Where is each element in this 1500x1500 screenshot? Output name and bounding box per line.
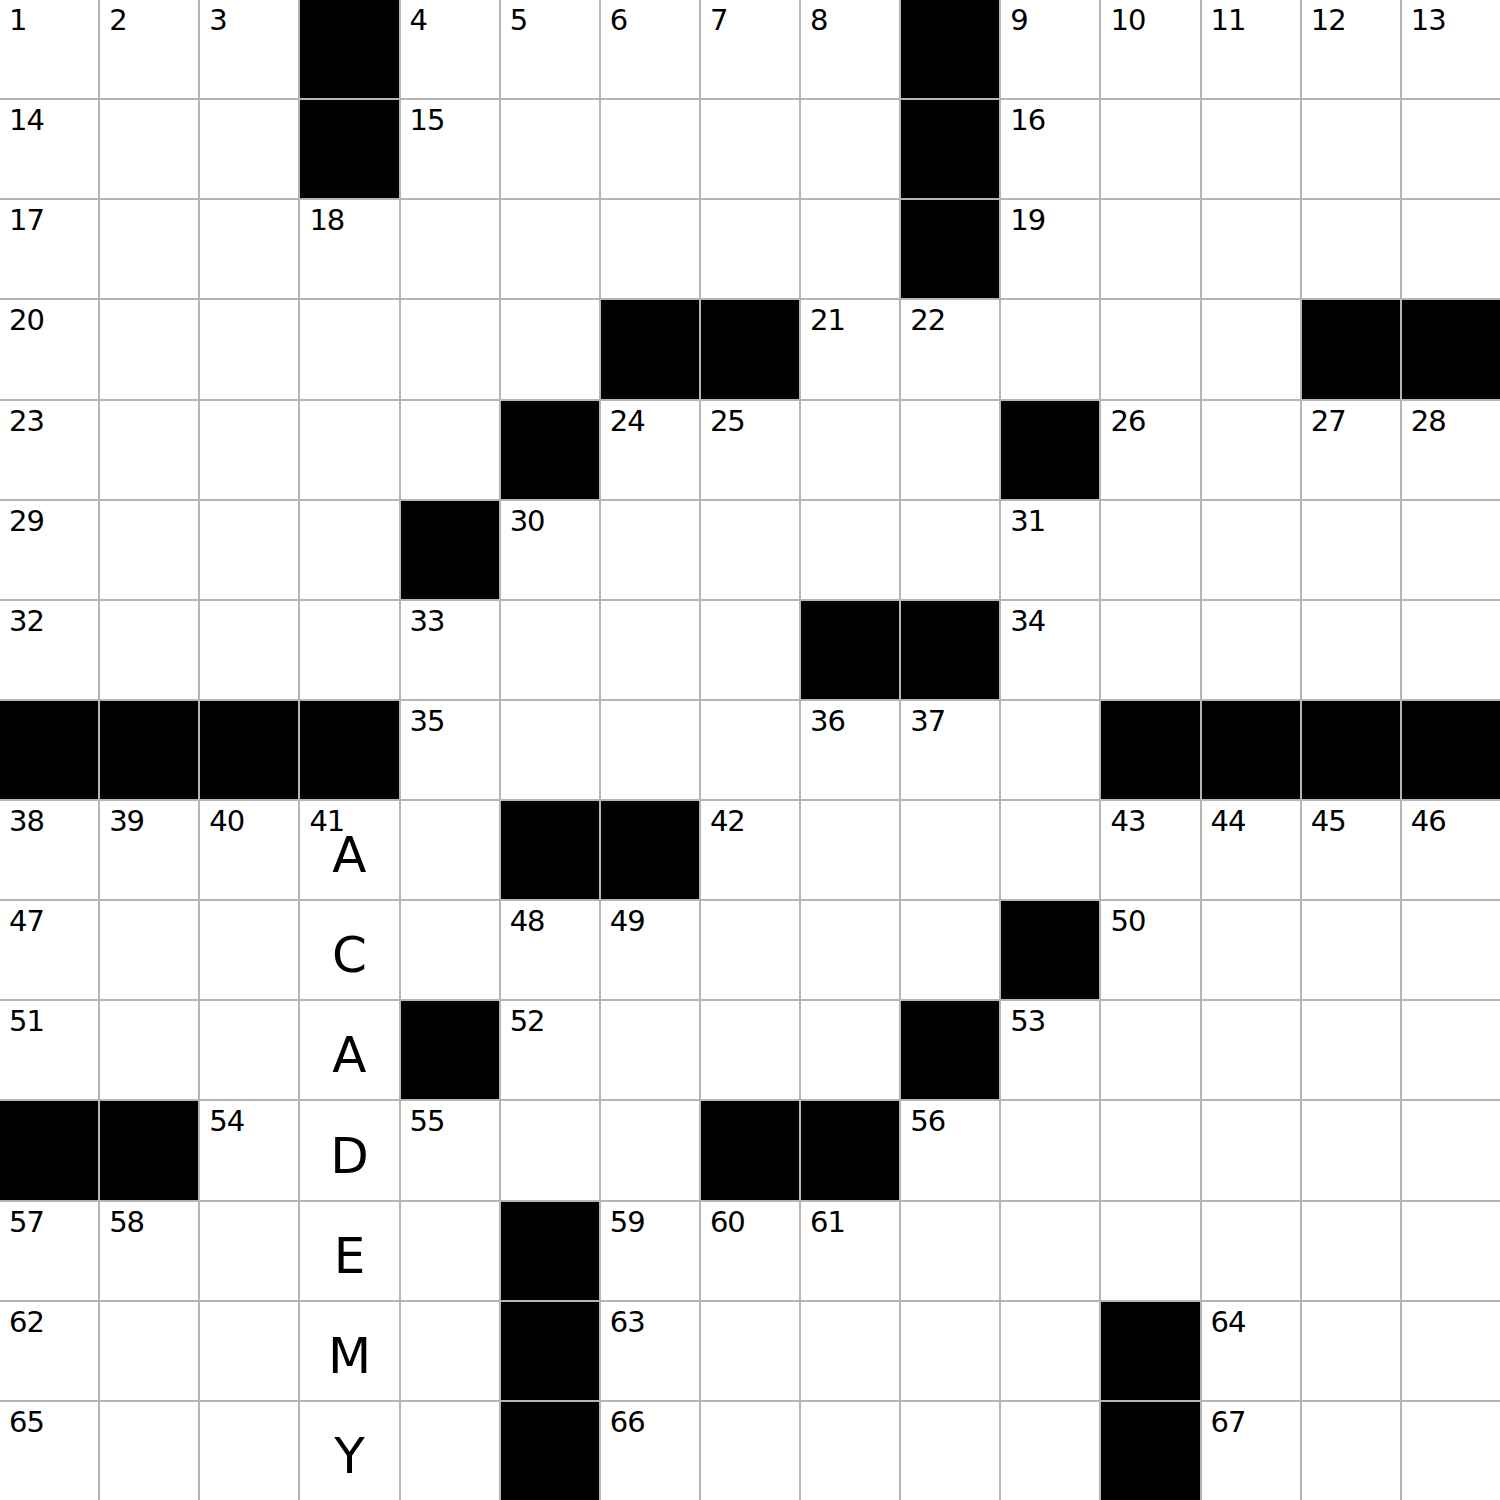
clue-number: 53 — [1010, 1007, 1045, 1036]
grid-cell[interactable]: 33 — [401, 601, 499, 699]
clue-number: 22 — [910, 306, 945, 335]
grid-cell[interactable] — [1402, 901, 1500, 999]
grid-cell[interactable] — [401, 1402, 499, 1500]
clue-number: 30 — [510, 507, 545, 536]
black-cell — [1001, 401, 1099, 499]
black-cell — [901, 601, 999, 699]
grid-cell[interactable] — [1402, 200, 1500, 298]
clue-number: 64 — [1211, 1308, 1246, 1337]
cell-letter: Y — [300, 1402, 398, 1500]
grid-cell[interactable] — [801, 501, 899, 599]
grid-cell[interactable] — [801, 1302, 899, 1400]
clue-number: 7 — [710, 6, 727, 35]
grid-cell[interactable] — [901, 501, 999, 599]
clue-number: 48 — [510, 907, 545, 936]
grid-cell[interactable] — [901, 1202, 999, 1300]
grid-cell[interactable]: 37 — [901, 701, 999, 799]
grid-cell[interactable]: 1 — [0, 0, 98, 98]
grid-cell[interactable] — [100, 200, 198, 298]
clue-number: 49 — [610, 907, 645, 936]
grid-cell[interactable] — [100, 1302, 198, 1400]
black-cell — [1101, 701, 1199, 799]
grid-cell[interactable]: 22 — [901, 300, 999, 398]
clue-number: 6 — [610, 6, 627, 35]
clue-number: 23 — [9, 407, 44, 436]
grid-cell[interactable] — [401, 1202, 499, 1300]
grid-cell[interactable]: 7 — [701, 0, 799, 98]
grid-cell[interactable]: 51 — [0, 1001, 98, 1099]
clue-number: 10 — [1110, 6, 1145, 35]
grid-cell[interactable] — [701, 501, 799, 599]
black-cell — [501, 801, 599, 899]
grid-cell[interactable]: 4 — [401, 0, 499, 98]
clue-number: 51 — [9, 1007, 44, 1036]
grid-cell[interactable] — [1302, 501, 1400, 599]
grid-cell[interactable] — [200, 100, 298, 198]
clue-number: 12 — [1311, 6, 1346, 35]
grid-cell[interactable]: 9 — [1001, 0, 1099, 98]
grid-cell[interactable] — [200, 601, 298, 699]
clue-number: 11 — [1211, 6, 1246, 35]
grid-cell[interactable]: 32 — [0, 601, 98, 699]
grid-cell[interactable] — [601, 1001, 699, 1099]
clue-number: 1 — [9, 6, 26, 35]
grid-cell[interactable]: 11 — [1202, 0, 1300, 98]
clue-number: 24 — [610, 407, 645, 436]
black-cell — [401, 501, 499, 599]
black-cell — [1202, 701, 1300, 799]
clue-number: 13 — [1411, 6, 1446, 35]
grid-cell[interactable] — [401, 1302, 499, 1400]
grid-cell[interactable]: 35 — [401, 701, 499, 799]
grid-cell[interactable] — [601, 501, 699, 599]
black-cell — [1302, 701, 1400, 799]
grid-cell[interactable] — [1101, 300, 1199, 398]
grid-cell[interactable] — [601, 1101, 699, 1199]
clue-number: 29 — [9, 507, 44, 536]
black-cell — [300, 0, 398, 98]
grid-cell[interactable] — [601, 100, 699, 198]
grid-cell[interactable] — [200, 1302, 298, 1400]
clue-number: 37 — [910, 707, 945, 736]
grid-cell[interactable]: 58 — [100, 1202, 198, 1300]
grid-cell[interactable] — [300, 501, 398, 599]
grid-cell[interactable]: 54 — [200, 1101, 298, 1199]
clue-number: 3 — [209, 6, 226, 35]
grid-cell[interactable]: 42 — [701, 801, 799, 899]
grid-cell[interactable] — [1302, 1202, 1400, 1300]
grid-cell[interactable] — [901, 1302, 999, 1400]
clue-number: 43 — [1110, 807, 1145, 836]
black-cell — [701, 300, 799, 398]
grid-cell[interactable] — [1402, 1202, 1500, 1300]
black-cell — [100, 701, 198, 799]
black-cell — [0, 701, 98, 799]
clue-number: 2 — [109, 6, 126, 35]
grid-cell[interactable] — [501, 300, 599, 398]
clue-number: 16 — [1010, 106, 1045, 135]
grid-cell[interactable] — [1402, 1302, 1500, 1400]
grid-cell[interactable] — [1202, 1001, 1300, 1099]
clue-number: 61 — [810, 1208, 845, 1237]
grid-cell[interactable] — [701, 901, 799, 999]
grid-cell[interactable] — [701, 200, 799, 298]
black-cell — [701, 1101, 799, 1199]
clue-number: 35 — [410, 707, 445, 736]
clue-number: 45 — [1311, 807, 1346, 836]
grid-cell[interactable]: 23 — [0, 401, 98, 499]
grid-cell[interactable]: 65 — [0, 1402, 98, 1500]
grid-cell[interactable]: 52 — [501, 1001, 599, 1099]
grid-cell[interactable]: 5 — [501, 0, 599, 98]
black-cell — [501, 1202, 599, 1300]
grid-cell[interactable]: 50 — [1101, 901, 1199, 999]
grid-cell[interactable]: A — [300, 1001, 398, 1099]
clue-number: 5 — [510, 6, 527, 35]
grid-cell[interactable]: 62 — [0, 1302, 98, 1400]
black-cell — [501, 1302, 599, 1400]
clue-number: 14 — [9, 106, 44, 135]
grid-cell[interactable]: 47 — [0, 901, 98, 999]
grid-cell[interactable] — [801, 901, 899, 999]
grid-cell[interactable]: 55 — [401, 1101, 499, 1199]
grid-cell[interactable]: 16 — [1001, 100, 1099, 198]
grid-cell[interactable]: E — [300, 1202, 398, 1300]
clue-number: 20 — [9, 306, 44, 335]
grid-cell[interactable]: 21 — [801, 300, 899, 398]
grid-cell[interactable]: 29 — [0, 501, 98, 599]
clue-number: 54 — [209, 1107, 244, 1136]
grid-cell[interactable]: 26 — [1101, 401, 1199, 499]
black-cell — [1302, 300, 1400, 398]
black-cell — [100, 1101, 198, 1199]
grid-cell[interactable]: 30 — [501, 501, 599, 599]
black-cell — [801, 1101, 899, 1199]
grid-cell[interactable] — [1402, 501, 1500, 599]
grid-cell[interactable]: 44 — [1202, 801, 1300, 899]
grid-cell[interactable] — [501, 701, 599, 799]
grid-cell[interactable] — [1302, 1402, 1400, 1500]
grid-cell[interactable]: 64 — [1202, 1302, 1300, 1400]
grid-cell[interactable]: 39 — [100, 801, 198, 899]
clue-number: 52 — [510, 1007, 545, 1036]
grid-cell[interactable] — [1302, 901, 1400, 999]
clue-number: 4 — [410, 6, 427, 35]
clue-number: 46 — [1411, 807, 1446, 836]
black-cell — [901, 100, 999, 198]
grid-cell[interactable]: 57 — [0, 1202, 98, 1300]
grid-cell[interactable] — [1302, 200, 1400, 298]
grid-cell[interactable]: 60 — [701, 1202, 799, 1300]
grid-cell[interactable] — [1402, 1402, 1500, 1500]
grid-cell[interactable] — [1302, 1302, 1400, 1400]
grid-cell[interactable] — [300, 601, 398, 699]
clue-number: 21 — [810, 306, 845, 335]
grid-cell[interactable]: M — [300, 1302, 398, 1400]
grid-cell[interactable] — [1001, 801, 1099, 899]
clue-number: 63 — [610, 1308, 645, 1337]
grid-cell[interactable] — [1101, 100, 1199, 198]
clue-number: 33 — [410, 607, 445, 636]
clue-number: 42 — [710, 807, 745, 836]
grid-cell[interactable] — [1302, 1001, 1400, 1099]
black-cell — [0, 1101, 98, 1199]
grid-cell[interactable]: 48 — [501, 901, 599, 999]
grid-cell[interactable]: 27 — [1302, 401, 1400, 499]
grid-cell[interactable] — [1101, 601, 1199, 699]
grid-cell[interactable] — [300, 300, 398, 398]
grid-cell[interactable]: 36 — [801, 701, 899, 799]
grid-cell[interactable]: 53 — [1001, 1001, 1099, 1099]
clue-number: 17 — [9, 206, 44, 235]
grid-cell[interactable] — [1402, 1001, 1500, 1099]
grid-cell[interactable] — [1202, 300, 1300, 398]
grid-cell[interactable]: 31 — [1001, 501, 1099, 599]
grid-cell[interactable] — [1302, 1101, 1400, 1199]
grid-cell[interactable]: 63 — [601, 1302, 699, 1400]
grid-cell[interactable] — [501, 1101, 599, 1199]
grid-cell[interactable] — [501, 601, 599, 699]
grid-cell[interactable] — [901, 401, 999, 499]
clue-number: 19 — [1010, 206, 1045, 235]
grid-cell[interactable] — [401, 401, 499, 499]
clue-number: 65 — [9, 1408, 44, 1437]
grid-cell[interactable]: 24 — [601, 401, 699, 499]
clue-number: 58 — [109, 1208, 144, 1237]
grid-cell[interactable] — [1101, 200, 1199, 298]
grid-cell[interactable]: 20 — [0, 300, 98, 398]
grid-cell[interactable] — [701, 100, 799, 198]
grid-cell[interactable] — [1101, 1202, 1199, 1300]
grid-cell[interactable] — [1001, 1302, 1099, 1400]
black-cell — [1101, 1402, 1199, 1500]
grid-cell[interactable] — [1001, 1202, 1099, 1300]
grid-cell[interactable] — [901, 801, 999, 899]
clue-number: 36 — [810, 707, 845, 736]
black-cell — [1001, 901, 1099, 999]
clue-number: 18 — [309, 206, 344, 235]
black-cell — [1101, 1302, 1199, 1400]
grid-cell[interactable] — [1202, 1202, 1300, 1300]
grid-cell[interactable] — [100, 901, 198, 999]
grid-cell[interactable] — [300, 401, 398, 499]
grid-cell[interactable] — [401, 901, 499, 999]
grid-cell[interactable] — [100, 601, 198, 699]
grid-cell[interactable]: 38 — [0, 801, 98, 899]
grid-cell[interactable]: 17 — [0, 200, 98, 298]
clue-number: 25 — [710, 407, 745, 436]
grid-cell[interactable] — [100, 1402, 198, 1500]
clue-number: 9 — [1010, 6, 1027, 35]
grid-cell[interactable] — [100, 401, 198, 499]
clue-number: 47 — [9, 907, 44, 936]
grid-cell[interactable] — [1202, 200, 1300, 298]
grid-cell[interactable] — [701, 1001, 799, 1099]
grid-cell[interactable] — [701, 1302, 799, 1400]
grid-cell[interactable] — [1402, 601, 1500, 699]
grid-cell[interactable] — [1101, 1001, 1199, 1099]
grid-cell[interactable]: 6 — [601, 0, 699, 98]
grid-cell[interactable] — [701, 701, 799, 799]
grid-cell[interactable] — [200, 401, 298, 499]
black-cell — [901, 200, 999, 298]
grid-cell[interactable] — [601, 601, 699, 699]
grid-cell[interactable]: 12 — [1302, 0, 1400, 98]
clue-number: 39 — [109, 807, 144, 836]
grid-cell[interactable] — [100, 100, 198, 198]
clue-number: 40 — [209, 807, 244, 836]
black-cell — [601, 801, 699, 899]
black-cell — [801, 601, 899, 699]
clue-number: 50 — [1110, 907, 1145, 936]
clue-number: 62 — [9, 1308, 44, 1337]
grid-cell[interactable] — [801, 801, 899, 899]
clue-number: 26 — [1110, 407, 1145, 436]
cell-letter: A — [300, 1001, 398, 1099]
clue-number: 60 — [710, 1208, 745, 1237]
grid-cell[interactable] — [200, 1202, 298, 1300]
black-cell — [901, 1001, 999, 1099]
clue-number: 44 — [1211, 807, 1246, 836]
grid-cell[interactable] — [1202, 1101, 1300, 1199]
crossword-grid: 1234567891011121314151617181920212223242… — [0, 0, 1500, 1500]
grid-cell[interactable] — [100, 300, 198, 398]
grid-cell[interactable]: 19 — [1001, 200, 1099, 298]
clue-number: 66 — [610, 1408, 645, 1437]
grid-cell[interactable] — [1302, 100, 1400, 198]
black-cell — [300, 701, 398, 799]
grid-cell[interactable] — [1202, 901, 1300, 999]
grid-cell[interactable] — [200, 1402, 298, 1500]
grid-cell[interactable]: 46 — [1402, 801, 1500, 899]
clue-number: 32 — [9, 607, 44, 636]
black-cell — [501, 401, 599, 499]
clue-number: 67 — [1211, 1408, 1246, 1437]
grid-cell[interactable] — [1001, 1101, 1099, 1199]
grid-cell[interactable] — [801, 200, 899, 298]
grid-cell[interactable] — [1101, 501, 1199, 599]
grid-cell[interactable] — [1402, 100, 1500, 198]
grid-cell[interactable]: 10 — [1101, 0, 1199, 98]
grid-cell[interactable]: 14 — [0, 100, 98, 198]
clue-number: 59 — [610, 1208, 645, 1237]
grid-cell[interactable] — [100, 1001, 198, 1099]
clue-number: 56 — [910, 1107, 945, 1136]
grid-cell[interactable] — [1001, 300, 1099, 398]
black-cell — [1402, 701, 1500, 799]
grid-cell[interactable] — [801, 100, 899, 198]
clue-number: 27 — [1311, 407, 1346, 436]
grid-cell[interactable] — [801, 401, 899, 499]
grid-cell[interactable]: 34 — [1001, 601, 1099, 699]
grid-cell[interactable]: 43 — [1101, 801, 1199, 899]
grid-cell[interactable]: 28 — [1402, 401, 1500, 499]
black-cell — [501, 1402, 599, 1500]
black-cell — [401, 1001, 499, 1099]
grid-cell[interactable] — [401, 200, 499, 298]
grid-cell[interactable] — [1202, 601, 1300, 699]
grid-cell[interactable] — [1402, 1101, 1500, 1199]
clue-number: 28 — [1411, 407, 1446, 436]
grid-cell[interactable]: 41A — [300, 801, 398, 899]
grid-cell[interactable] — [901, 901, 999, 999]
grid-cell[interactable]: D — [300, 1101, 398, 1199]
grid-cell[interactable]: 8 — [801, 0, 899, 98]
grid-cell[interactable] — [200, 501, 298, 599]
grid-cell[interactable]: 18 — [300, 200, 398, 298]
black-cell — [901, 0, 999, 98]
grid-cell[interactable] — [100, 501, 198, 599]
black-cell — [300, 100, 398, 198]
grid-cell[interactable] — [1302, 601, 1400, 699]
crossword-board: 1234567891011121314151617181920212223242… — [0, 0, 1500, 1500]
grid-cell[interactable] — [1202, 401, 1300, 499]
clue-number: 15 — [410, 106, 445, 135]
grid-cell[interactable] — [1202, 100, 1300, 198]
black-cell — [1402, 300, 1500, 398]
grid-cell[interactable] — [801, 1001, 899, 1099]
grid-cell[interactable] — [701, 601, 799, 699]
grid-cell[interactable]: 3 — [200, 0, 298, 98]
cell-letter: M — [300, 1302, 398, 1400]
clue-number: 38 — [9, 807, 44, 836]
grid-cell[interactable] — [801, 1402, 899, 1500]
grid-cell[interactable] — [901, 1402, 999, 1500]
grid-cell[interactable]: 45 — [1302, 801, 1400, 899]
grid-cell[interactable] — [1101, 1101, 1199, 1199]
grid-cell[interactable] — [501, 100, 599, 198]
grid-cell[interactable] — [401, 801, 499, 899]
grid-cell[interactable] — [200, 200, 298, 298]
grid-cell[interactable]: 66 — [601, 1402, 699, 1500]
cell-letter: A — [300, 801, 398, 899]
clue-number: 34 — [1010, 607, 1045, 636]
cell-letter: D — [300, 1101, 398, 1199]
grid-cell[interactable] — [1001, 1402, 1099, 1500]
black-cell — [601, 300, 699, 398]
grid-cell[interactable] — [200, 901, 298, 999]
grid-cell[interactable]: 61 — [801, 1202, 899, 1300]
grid-cell[interactable] — [501, 200, 599, 298]
grid-cell[interactable]: 49 — [601, 901, 699, 999]
grid-cell[interactable]: 25 — [701, 401, 799, 499]
cell-letter: E — [300, 1202, 398, 1300]
clue-number: 55 — [410, 1107, 445, 1136]
grid-cell[interactable] — [1001, 701, 1099, 799]
clue-number: 31 — [1010, 507, 1045, 536]
grid-cell[interactable]: C — [300, 901, 398, 999]
cell-letter: C — [300, 901, 398, 999]
grid-cell[interactable] — [601, 701, 699, 799]
grid-cell[interactable]: 15 — [401, 100, 499, 198]
clue-number: 8 — [810, 6, 827, 35]
clue-number: 57 — [9, 1208, 44, 1237]
grid-cell[interactable]: 13 — [1402, 0, 1500, 98]
grid-cell[interactable] — [401, 300, 499, 398]
grid-cell[interactable]: 56 — [901, 1101, 999, 1199]
grid-cell[interactable]: Y — [300, 1402, 398, 1500]
grid-cell[interactable] — [601, 200, 699, 298]
grid-cell[interactable] — [200, 300, 298, 398]
grid-cell[interactable] — [200, 1001, 298, 1099]
grid-cell[interactable]: 59 — [601, 1202, 699, 1300]
grid-cell[interactable]: 2 — [100, 0, 198, 98]
grid-cell[interactable] — [701, 1402, 799, 1500]
black-cell — [200, 701, 298, 799]
grid-cell[interactable] — [1202, 501, 1300, 599]
grid-cell[interactable]: 67 — [1202, 1402, 1300, 1500]
grid-cell[interactable]: 40 — [200, 801, 298, 899]
